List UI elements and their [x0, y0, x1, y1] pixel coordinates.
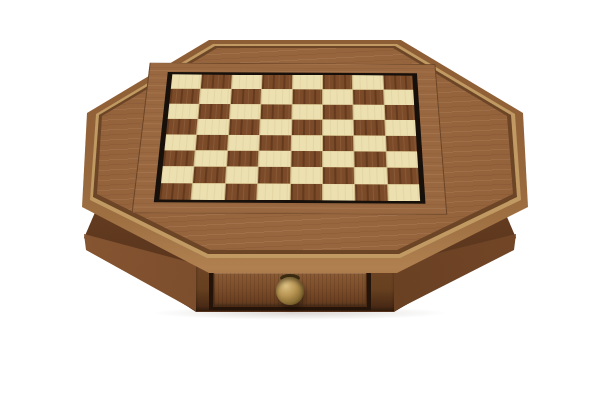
square-b2[interactable] [193, 167, 225, 183]
square-b8[interactable] [201, 75, 231, 89]
square-h6[interactable] [384, 105, 415, 120]
square-b6[interactable] [199, 104, 230, 119]
square-g8[interactable] [353, 75, 383, 89]
square-h7[interactable] [384, 90, 414, 105]
square-d3[interactable] [259, 151, 290, 167]
square-d2[interactable] [258, 167, 290, 183]
square-a6[interactable] [168, 104, 199, 119]
square-e1[interactable] [290, 184, 322, 201]
square-d7[interactable] [261, 89, 291, 104]
square-h5[interactable] [385, 120, 416, 135]
square-g1[interactable] [355, 184, 387, 201]
square-d5[interactable] [260, 120, 291, 135]
square-c8[interactable] [232, 75, 262, 89]
brass-knob[interactable] [276, 277, 304, 305]
square-e3[interactable] [291, 151, 322, 167]
square-e8[interactable] [292, 75, 321, 89]
square-f6[interactable] [323, 105, 353, 120]
square-b7[interactable] [200, 89, 231, 104]
square-c4[interactable] [228, 135, 259, 151]
square-d4[interactable] [259, 135, 290, 151]
square-a4[interactable] [164, 135, 196, 150]
square-c1[interactable] [225, 184, 257, 201]
square-b1[interactable] [192, 183, 225, 200]
square-e2[interactable] [291, 167, 322, 183]
square-f2[interactable] [323, 167, 354, 183]
square-d6[interactable] [261, 104, 291, 119]
square-a8[interactable] [171, 74, 202, 88]
square-b3[interactable] [195, 151, 227, 167]
square-g2[interactable] [355, 168, 387, 184]
square-c7[interactable] [231, 89, 261, 104]
square-h3[interactable] [386, 152, 418, 168]
square-a7[interactable] [169, 89, 200, 104]
square-c2[interactable] [226, 167, 258, 183]
square-g3[interactable] [355, 151, 386, 167]
product-photo-stage [0, 0, 600, 394]
square-c5[interactable] [229, 119, 260, 134]
square-h2[interactable] [387, 168, 419, 184]
square-a2[interactable] [161, 167, 194, 183]
square-h8[interactable] [383, 75, 413, 89]
square-g6[interactable] [354, 105, 384, 120]
square-f8[interactable] [323, 75, 352, 89]
square-g7[interactable] [353, 90, 383, 105]
square-e6[interactable] [292, 105, 322, 120]
square-c3[interactable] [227, 151, 259, 167]
square-a3[interactable] [163, 150, 195, 166]
square-b5[interactable] [197, 119, 228, 134]
square-g5[interactable] [354, 120, 385, 135]
chess-board-grid [159, 74, 420, 201]
square-f7[interactable] [323, 90, 353, 105]
square-f5[interactable] [323, 120, 353, 135]
square-c6[interactable] [230, 104, 261, 119]
chess-board [154, 72, 426, 204]
square-e7[interactable] [292, 90, 322, 105]
square-f4[interactable] [323, 135, 354, 151]
square-a1[interactable] [159, 183, 192, 200]
square-a5[interactable] [166, 119, 198, 134]
square-f1[interactable] [323, 184, 355, 201]
square-e4[interactable] [291, 135, 322, 151]
square-e5[interactable] [292, 120, 322, 135]
square-d8[interactable] [262, 75, 292, 89]
square-d1[interactable] [257, 184, 289, 201]
square-b4[interactable] [196, 135, 228, 150]
square-h1[interactable] [388, 184, 420, 201]
square-g4[interactable] [354, 136, 385, 152]
square-h4[interactable] [386, 136, 417, 152]
square-f3[interactable] [323, 151, 354, 167]
